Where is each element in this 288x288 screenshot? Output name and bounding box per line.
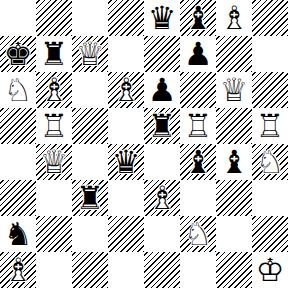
square-f2[interactable]: ♞♘ [180, 216, 216, 252]
square-a1[interactable]: ♝♗ [0, 252, 36, 288]
white-bishop-icon: ♗ [144, 180, 180, 216]
square-g5[interactable] [216, 108, 252, 144]
square-f4[interactable]: ♝♝ [180, 144, 216, 180]
white-queen-icon: ♕ [216, 72, 252, 108]
square-h4[interactable]: ♞♘ [252, 144, 288, 180]
black-pawn-icon: ♟ [144, 72, 180, 108]
square-a8[interactable] [0, 0, 36, 36]
square-b6[interactable]: ♝♗ [36, 72, 72, 108]
square-c1[interactable] [72, 252, 108, 288]
square-b8[interactable] [36, 0, 72, 36]
black-pawn-icon: ♟ [180, 36, 216, 72]
square-a4[interactable] [0, 144, 36, 180]
black-queen-icon: ♛ [108, 144, 144, 180]
black-bishop-icon: ♝ [216, 144, 252, 180]
white-rook-icon: ♖ [36, 108, 72, 144]
white-bishop-icon: ♗ [108, 72, 144, 108]
square-e3[interactable]: ♝♗ [144, 180, 180, 216]
square-g6[interactable]: ♛♕ [216, 72, 252, 108]
black-king-icon: ♚ [0, 36, 36, 72]
black-rook-icon: ♜ [36, 36, 72, 72]
square-d4[interactable]: ♛♛ [108, 144, 144, 180]
square-f3[interactable] [180, 180, 216, 216]
square-b1[interactable] [36, 252, 72, 288]
square-h5[interactable]: ♜♖ [252, 108, 288, 144]
square-b5[interactable]: ♜♖ [36, 108, 72, 144]
square-c7[interactable]: ♛♕ [72, 36, 108, 72]
square-e8[interactable]: ♛♛ [144, 0, 180, 36]
white-bishop-icon: ♗ [216, 0, 252, 36]
square-f8[interactable]: ♝♝ [180, 0, 216, 36]
chess-board: ♛♛♝♝♝♗♚♚♜♜♛♕♟♟♞♘♝♗♝♗♟♟♛♕♜♖♜♜♜♖♜♖♛♕♛♛♝♝♝♝… [0, 0, 288, 288]
square-f5[interactable]: ♜♖ [180, 108, 216, 144]
square-c4[interactable] [72, 144, 108, 180]
square-e1[interactable] [144, 252, 180, 288]
square-c5[interactable] [72, 108, 108, 144]
black-rook-icon: ♜ [144, 108, 180, 144]
white-queen-icon: ♕ [36, 144, 72, 180]
square-h6[interactable] [252, 72, 288, 108]
square-h2[interactable] [252, 216, 288, 252]
square-d3[interactable] [108, 180, 144, 216]
black-queen-icon: ♛ [144, 0, 180, 36]
square-b3[interactable] [36, 180, 72, 216]
square-f6[interactable] [180, 72, 216, 108]
square-h7[interactable] [252, 36, 288, 72]
square-e2[interactable] [144, 216, 180, 252]
square-g1[interactable] [216, 252, 252, 288]
black-bishop-icon: ♝ [180, 0, 216, 36]
square-b2[interactable] [36, 216, 72, 252]
square-e6[interactable]: ♟♟ [144, 72, 180, 108]
square-a5[interactable] [0, 108, 36, 144]
square-d2[interactable] [108, 216, 144, 252]
square-h8[interactable] [252, 0, 288, 36]
square-c6[interactable] [72, 72, 108, 108]
white-king-icon: ♔ [252, 252, 288, 288]
black-rook-icon: ♜ [72, 180, 108, 216]
square-a6[interactable]: ♞♘ [0, 72, 36, 108]
square-e4[interactable] [144, 144, 180, 180]
square-g4[interactable]: ♝♝ [216, 144, 252, 180]
white-knight-icon: ♘ [180, 216, 216, 252]
square-h1[interactable]: ♚♔ [252, 252, 288, 288]
square-c3[interactable]: ♜♜ [72, 180, 108, 216]
square-e7[interactable] [144, 36, 180, 72]
square-e5[interactable]: ♜♜ [144, 108, 180, 144]
square-f1[interactable] [180, 252, 216, 288]
white-knight-icon: ♘ [0, 72, 36, 108]
square-a2[interactable]: ♞♞ [0, 216, 36, 252]
square-a7[interactable]: ♚♚ [0, 36, 36, 72]
square-d7[interactable] [108, 36, 144, 72]
square-h3[interactable] [252, 180, 288, 216]
square-d1[interactable] [108, 252, 144, 288]
white-bishop-icon: ♗ [0, 252, 36, 288]
square-a3[interactable] [0, 180, 36, 216]
black-bishop-icon: ♝ [180, 144, 216, 180]
square-g2[interactable] [216, 216, 252, 252]
square-f7[interactable]: ♟♟ [180, 36, 216, 72]
square-d8[interactable] [108, 0, 144, 36]
square-g7[interactable] [216, 36, 252, 72]
square-g8[interactable]: ♝♗ [216, 0, 252, 36]
square-c8[interactable] [72, 0, 108, 36]
square-c2[interactable] [72, 216, 108, 252]
square-b7[interactable]: ♜♜ [36, 36, 72, 72]
square-d6[interactable]: ♝♗ [108, 72, 144, 108]
white-rook-icon: ♖ [180, 108, 216, 144]
white-rook-icon: ♖ [252, 108, 288, 144]
white-queen-icon: ♕ [72, 36, 108, 72]
square-b4[interactable]: ♛♕ [36, 144, 72, 180]
white-bishop-icon: ♗ [36, 72, 72, 108]
black-knight-icon: ♞ [0, 216, 36, 252]
square-d5[interactable] [108, 108, 144, 144]
white-knight-icon: ♘ [252, 144, 288, 180]
square-g3[interactable] [216, 180, 252, 216]
